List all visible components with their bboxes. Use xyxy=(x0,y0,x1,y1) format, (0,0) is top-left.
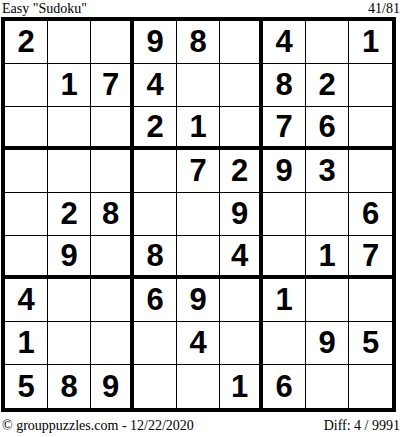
cell-r8c3[interactable] xyxy=(91,322,134,365)
clue-counter: 41/81 xyxy=(368,1,400,16)
cell-r7c4[interactable]: 6 xyxy=(134,279,177,322)
cell-r7c8[interactable] xyxy=(306,279,349,322)
cell-r8c2[interactable] xyxy=(48,322,91,365)
cell-r8c9[interactable]: 5 xyxy=(349,322,392,365)
cell-r8c1[interactable]: 1 xyxy=(5,322,48,365)
cell-r4c5[interactable]: 7 xyxy=(177,150,220,193)
cell-r7c2[interactable] xyxy=(48,279,91,322)
cell-r9c2[interactable]: 8 xyxy=(48,365,91,408)
cell-r9c4[interactable] xyxy=(134,365,177,408)
cell-r2c2[interactable]: 1 xyxy=(48,64,91,107)
cell-r9c1[interactable]: 5 xyxy=(5,365,48,408)
cell-r3c9[interactable] xyxy=(349,107,392,150)
footer: © grouppuzzles.com - 12/22/2020 Diff: 4 … xyxy=(0,418,402,433)
cell-r1c2[interactable] xyxy=(48,21,91,64)
difficulty-text: Diff: 4 / 9991 xyxy=(324,418,400,433)
cell-r2c3[interactable]: 7 xyxy=(91,64,134,107)
cell-r2c6[interactable] xyxy=(220,64,263,107)
cell-r7c5[interactable]: 9 xyxy=(177,279,220,322)
cell-r3c5[interactable]: 1 xyxy=(177,107,220,150)
cell-r4c2[interactable] xyxy=(48,150,91,193)
cell-r1c9[interactable]: 1 xyxy=(349,21,392,64)
sudoku-board: 2984117482217672932896984174691149558916 xyxy=(1,17,396,412)
cell-r6c9[interactable]: 7 xyxy=(349,236,392,279)
cell-r9c9[interactable] xyxy=(349,365,392,408)
cell-r2c9[interactable] xyxy=(349,64,392,107)
page-title: Easy "Sudoku" xyxy=(2,1,87,16)
cell-r5c7[interactable] xyxy=(263,193,306,236)
cell-r1c8[interactable] xyxy=(306,21,349,64)
cell-r1c3[interactable] xyxy=(91,21,134,64)
cell-r7c3[interactable] xyxy=(91,279,134,322)
cell-r4c3[interactable] xyxy=(91,150,134,193)
cell-r8c8[interactable]: 9 xyxy=(306,322,349,365)
cell-r2c7[interactable]: 8 xyxy=(263,64,306,107)
sudoku-page: Easy "Sudoku" 41/81 29841174822176729328… xyxy=(0,0,402,437)
cell-r9c8[interactable] xyxy=(306,365,349,408)
cell-r9c6[interactable]: 1 xyxy=(220,365,263,408)
cell-r9c5[interactable] xyxy=(177,365,220,408)
cell-r5c9[interactable]: 6 xyxy=(349,193,392,236)
cell-r6c2[interactable]: 9 xyxy=(48,236,91,279)
cell-r1c1[interactable]: 2 xyxy=(5,21,48,64)
cell-r6c7[interactable] xyxy=(263,236,306,279)
cell-r1c6[interactable] xyxy=(220,21,263,64)
cell-r6c8[interactable]: 1 xyxy=(306,236,349,279)
cell-r3c2[interactable] xyxy=(48,107,91,150)
cell-r5c3[interactable]: 8 xyxy=(91,193,134,236)
cell-r9c3[interactable]: 9 xyxy=(91,365,134,408)
cell-r3c1[interactable] xyxy=(5,107,48,150)
cell-r2c5[interactable] xyxy=(177,64,220,107)
cell-r7c6[interactable] xyxy=(220,279,263,322)
header: Easy "Sudoku" 41/81 xyxy=(0,0,402,17)
cell-r1c4[interactable]: 9 xyxy=(134,21,177,64)
cell-r6c1[interactable] xyxy=(5,236,48,279)
cell-r4c9[interactable] xyxy=(349,150,392,193)
cell-r7c1[interactable]: 4 xyxy=(5,279,48,322)
cell-r2c1[interactable] xyxy=(5,64,48,107)
cell-r3c4[interactable]: 2 xyxy=(134,107,177,150)
cell-r1c5[interactable]: 8 xyxy=(177,21,220,64)
cell-r2c4[interactable]: 4 xyxy=(134,64,177,107)
cell-r4c8[interactable]: 3 xyxy=(306,150,349,193)
cell-r8c5[interactable]: 4 xyxy=(177,322,220,365)
cell-r3c8[interactable]: 6 xyxy=(306,107,349,150)
cell-r7c7[interactable]: 1 xyxy=(263,279,306,322)
cell-r5c1[interactable] xyxy=(5,193,48,236)
cell-r3c3[interactable] xyxy=(91,107,134,150)
cell-r5c2[interactable]: 2 xyxy=(48,193,91,236)
cell-r4c1[interactable] xyxy=(5,150,48,193)
cell-r6c6[interactable]: 4 xyxy=(220,236,263,279)
cell-r6c4[interactable]: 8 xyxy=(134,236,177,279)
cell-r4c4[interactable] xyxy=(134,150,177,193)
copyright-text: © grouppuzzles.com - 12/22/2020 xyxy=(2,418,194,433)
cell-r5c8[interactable] xyxy=(306,193,349,236)
cell-r7c9[interactable] xyxy=(349,279,392,322)
cell-r5c5[interactable] xyxy=(177,193,220,236)
cell-r3c7[interactable]: 7 xyxy=(263,107,306,150)
cell-r6c3[interactable] xyxy=(91,236,134,279)
cell-r8c4[interactable] xyxy=(134,322,177,365)
cell-r4c6[interactable]: 2 xyxy=(220,150,263,193)
cell-r1c7[interactable]: 4 xyxy=(263,21,306,64)
cell-r4c7[interactable]: 9 xyxy=(263,150,306,193)
cell-r2c8[interactable]: 2 xyxy=(306,64,349,107)
cell-r8c6[interactable] xyxy=(220,322,263,365)
cell-r9c7[interactable]: 6 xyxy=(263,365,306,408)
cell-r6c5[interactable] xyxy=(177,236,220,279)
cell-r5c6[interactable]: 9 xyxy=(220,193,263,236)
cell-r5c4[interactable] xyxy=(134,193,177,236)
cell-r8c7[interactable] xyxy=(263,322,306,365)
cell-r3c6[interactable] xyxy=(220,107,263,150)
